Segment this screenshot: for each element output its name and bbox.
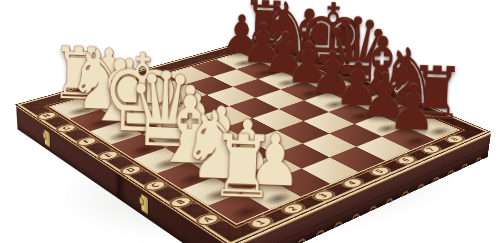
rank-label-5: 5	[368, 166, 391, 177]
black-pawn[interactable]: ♟	[352, 74, 474, 141]
rank-label-1: 1	[248, 216, 274, 229]
brass-clasp-left[interactable]	[44, 128, 50, 147]
rank-label-4: 4	[340, 177, 364, 188]
rank-label-7: 7	[420, 144, 442, 154]
brass-clasp-front[interactable]	[141, 192, 148, 214]
white-rook[interactable]: ♜	[173, 120, 314, 211]
photo-scene: ♜♟♟♜♞♟♟♞♝♟♟♝♚♟♟♚♛♟♟♛♝♟♟♝♞♟♟♞♜♟♟♜ HGFEDCB…	[0, 0, 500, 243]
square-a7[interactable]: ♟	[382, 126, 435, 149]
